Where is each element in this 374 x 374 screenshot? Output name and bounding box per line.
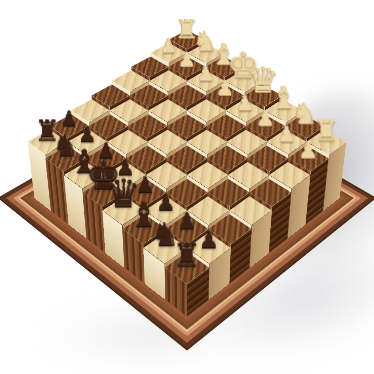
piece-glyph: ♜ <box>173 239 201 270</box>
chess-board: ♜♞♝♚♛♝♞♜♟♟♟♟♟♟♟♟♟♟♟♟♟♟♟♟♜♞♝♚♛♝♞♜ <box>34 107 339 316</box>
board-squares: ♜♞♝♚♛♝♞♜♟♟♟♟♟♟♟♟♟♟♟♟♟♟♟♟♜♞♝♚♛♝♞♜ <box>34 107 339 316</box>
piece-glyph: ♟ <box>177 209 197 232</box>
piece-glyph: ♟ <box>236 92 254 112</box>
product-render-scene: ♜♞♝♚♛♝♞♜♟♟♟♟♟♟♟♟♟♟♟♟♟♟♟♟♜♞♝♚♛♝♞♜ <box>0 0 374 374</box>
piece-glyph: ♟ <box>178 49 195 68</box>
piece-glyph: ♟ <box>60 108 78 129</box>
piece-glyph: ♟ <box>160 36 177 55</box>
piece-glyph: ♟ <box>216 78 234 98</box>
piece-glyph: ♟ <box>299 139 318 160</box>
piece-glyph: ♟ <box>199 228 220 251</box>
piece-glyph: ♟ <box>277 123 296 144</box>
piece-glyph: ♟ <box>78 123 97 144</box>
piece-glyph: ♟ <box>197 63 215 83</box>
piece-glyph: ♟ <box>256 108 274 129</box>
